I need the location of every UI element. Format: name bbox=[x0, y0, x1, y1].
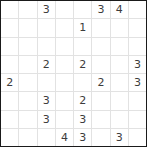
empty-cell[interactable] bbox=[111, 38, 128, 55]
empty-cell[interactable] bbox=[1, 92, 18, 109]
empty-cell[interactable] bbox=[19, 1, 36, 18]
clue-cell: 4 bbox=[111, 1, 128, 18]
clue-cell: 2 bbox=[38, 56, 55, 73]
empty-cell[interactable] bbox=[74, 1, 91, 18]
empty-cell[interactable] bbox=[129, 129, 146, 146]
empty-cell[interactable] bbox=[129, 19, 146, 36]
clue-cell: 3 bbox=[38, 1, 55, 18]
empty-cell[interactable] bbox=[56, 19, 73, 36]
empty-cell[interactable] bbox=[38, 19, 55, 36]
clue-cell: 2 bbox=[74, 92, 91, 109]
empty-cell[interactable] bbox=[38, 74, 55, 91]
empty-cell[interactable] bbox=[111, 56, 128, 73]
clue-cell: 4 bbox=[56, 129, 73, 146]
empty-cell[interactable] bbox=[19, 56, 36, 73]
empty-cell[interactable] bbox=[92, 56, 109, 73]
empty-cell[interactable] bbox=[1, 56, 18, 73]
empty-cell[interactable] bbox=[56, 38, 73, 55]
empty-cell[interactable] bbox=[56, 56, 73, 73]
clue-cell: 2 bbox=[92, 74, 109, 91]
clue-cell: 3 bbox=[111, 129, 128, 146]
empty-cell[interactable] bbox=[129, 1, 146, 18]
empty-cell[interactable] bbox=[19, 92, 36, 109]
empty-cell[interactable] bbox=[111, 19, 128, 36]
empty-cell[interactable] bbox=[129, 92, 146, 109]
clue-cell: 3 bbox=[74, 111, 91, 128]
empty-cell[interactable] bbox=[56, 1, 73, 18]
empty-cell[interactable] bbox=[56, 92, 73, 109]
empty-cell[interactable] bbox=[19, 19, 36, 36]
empty-cell[interactable] bbox=[19, 129, 36, 146]
clue-cell: 3 bbox=[92, 1, 109, 18]
empty-cell[interactable] bbox=[1, 38, 18, 55]
empty-cell[interactable] bbox=[38, 38, 55, 55]
empty-cell[interactable] bbox=[1, 111, 18, 128]
empty-cell[interactable] bbox=[19, 38, 36, 55]
clue-cell: 2 bbox=[74, 56, 91, 73]
empty-cell[interactable] bbox=[56, 74, 73, 91]
clue-cell: 2 bbox=[1, 74, 18, 91]
empty-cell[interactable] bbox=[129, 38, 146, 55]
empty-cell[interactable] bbox=[19, 111, 36, 128]
empty-cell[interactable] bbox=[38, 129, 55, 146]
empty-cell[interactable] bbox=[1, 19, 18, 36]
empty-cell[interactable] bbox=[1, 129, 18, 146]
empty-cell[interactable] bbox=[92, 129, 109, 146]
empty-cell[interactable] bbox=[74, 74, 91, 91]
empty-cell[interactable] bbox=[92, 19, 109, 36]
clue-cell: 3 bbox=[129, 74, 146, 91]
clue-cell: 3 bbox=[129, 56, 146, 73]
empty-cell[interactable] bbox=[111, 92, 128, 109]
clue-cell: 3 bbox=[38, 92, 55, 109]
empty-cell[interactable] bbox=[56, 111, 73, 128]
empty-cell[interactable] bbox=[19, 74, 36, 91]
minesweeper-board: 33412232233233433 bbox=[0, 0, 147, 147]
empty-cell[interactable] bbox=[129, 111, 146, 128]
empty-cell[interactable] bbox=[111, 74, 128, 91]
clue-cell: 3 bbox=[74, 129, 91, 146]
clue-cell: 1 bbox=[74, 19, 91, 36]
empty-cell[interactable] bbox=[92, 92, 109, 109]
empty-cell[interactable] bbox=[92, 111, 109, 128]
empty-cell[interactable] bbox=[74, 38, 91, 55]
empty-cell[interactable] bbox=[1, 1, 18, 18]
empty-cell[interactable] bbox=[92, 38, 109, 55]
clue-cell: 3 bbox=[38, 111, 55, 128]
empty-cell[interactable] bbox=[111, 111, 128, 128]
